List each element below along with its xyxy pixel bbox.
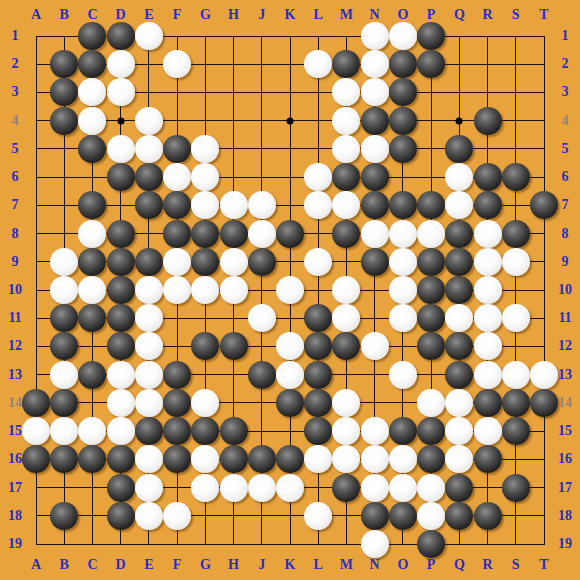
white-stone[interactable]: ○ bbox=[135, 135, 163, 163]
white-stone[interactable]: ○ bbox=[389, 220, 417, 248]
black-stone-glyph: ● bbox=[113, 250, 128, 274]
black-stone[interactable]: ● bbox=[502, 389, 530, 417]
black-stone[interactable]: ● bbox=[107, 304, 135, 332]
white-stone[interactable]: ○ bbox=[220, 276, 248, 304]
black-stone[interactable]: ● bbox=[220, 417, 248, 445]
white-stone-glyph: ○ bbox=[85, 80, 100, 104]
black-stone[interactable]: ● bbox=[361, 191, 389, 219]
black-stone[interactable]: ● bbox=[50, 78, 78, 106]
black-stone-glyph: ● bbox=[396, 419, 411, 443]
black-stone[interactable]: ● bbox=[304, 304, 332, 332]
white-stone[interactable]: ○ bbox=[389, 22, 417, 50]
white-stone-glyph: ○ bbox=[57, 419, 72, 443]
black-stone-glyph: ● bbox=[170, 222, 185, 246]
black-stone[interactable]: ● bbox=[445, 248, 473, 276]
white-stone[interactable]: ○ bbox=[361, 78, 389, 106]
black-stone[interactable]: ● bbox=[107, 445, 135, 473]
black-stone[interactable]: ● bbox=[502, 474, 530, 502]
white-stone[interactable]: ○ bbox=[107, 78, 135, 106]
white-stone[interactable]: ○ bbox=[445, 445, 473, 473]
white-stone[interactable]: ○ bbox=[389, 304, 417, 332]
white-stone[interactable]: ○ bbox=[50, 248, 78, 276]
white-stone[interactable]: ○ bbox=[107, 50, 135, 78]
black-stone[interactable]: ● bbox=[135, 248, 163, 276]
white-stone[interactable]: ○ bbox=[191, 276, 219, 304]
black-stone[interactable]: ● bbox=[78, 50, 106, 78]
white-stone[interactable]: ○ bbox=[248, 191, 276, 219]
white-stone[interactable]: ○ bbox=[474, 417, 502, 445]
white-stone-glyph: ○ bbox=[57, 363, 72, 387]
white-stone[interactable]: ○ bbox=[107, 389, 135, 417]
white-stone[interactable]: ○ bbox=[220, 248, 248, 276]
white-stone-glyph: ○ bbox=[85, 222, 100, 246]
row-label-right: 16 bbox=[558, 451, 572, 467]
column-label-top: J bbox=[258, 7, 265, 23]
white-stone[interactable]: ○ bbox=[135, 22, 163, 50]
black-stone[interactable]: ● bbox=[332, 163, 360, 191]
black-stone[interactable]: ● bbox=[389, 502, 417, 530]
column-label-bottom: M bbox=[340, 557, 353, 573]
white-stone[interactable]: ○ bbox=[163, 248, 191, 276]
black-stone[interactable]: ● bbox=[107, 276, 135, 304]
white-stone[interactable]: ○ bbox=[474, 332, 502, 360]
black-stone-glyph: ● bbox=[452, 250, 467, 274]
black-stone[interactable]: ● bbox=[220, 445, 248, 473]
black-stone[interactable]: ● bbox=[276, 445, 304, 473]
column-label-bottom: H bbox=[228, 557, 239, 573]
white-stone-glyph: ○ bbox=[452, 419, 467, 443]
white-stone[interactable]: ○ bbox=[78, 107, 106, 135]
black-stone[interactable]: ● bbox=[135, 417, 163, 445]
white-stone[interactable]: ○ bbox=[78, 417, 106, 445]
black-stone[interactable]: ● bbox=[220, 220, 248, 248]
white-stone[interactable]: ○ bbox=[361, 22, 389, 50]
black-stone[interactable]: ● bbox=[332, 50, 360, 78]
black-stone-glyph: ● bbox=[480, 504, 495, 528]
black-stone[interactable]: ● bbox=[304, 389, 332, 417]
white-stone-glyph: ○ bbox=[142, 447, 157, 471]
black-stone[interactable]: ● bbox=[135, 191, 163, 219]
black-stone[interactable]: ● bbox=[163, 220, 191, 248]
white-stone[interactable]: ○ bbox=[332, 445, 360, 473]
black-stone[interactable]: ● bbox=[107, 502, 135, 530]
white-stone-glyph: ○ bbox=[396, 363, 411, 387]
white-stone-glyph: ○ bbox=[452, 193, 467, 217]
black-stone[interactable]: ● bbox=[163, 191, 191, 219]
white-stone[interactable]: ○ bbox=[163, 50, 191, 78]
black-stone[interactable]: ● bbox=[304, 332, 332, 360]
black-stone[interactable]: ● bbox=[361, 163, 389, 191]
white-stone[interactable]: ○ bbox=[332, 417, 360, 445]
white-stone[interactable]: ○ bbox=[191, 389, 219, 417]
white-stone[interactable]: ○ bbox=[361, 220, 389, 248]
black-stone[interactable]: ● bbox=[78, 191, 106, 219]
white-stone[interactable]: ○ bbox=[389, 445, 417, 473]
black-stone-glyph: ● bbox=[113, 447, 128, 471]
black-stone-glyph: ● bbox=[396, 504, 411, 528]
white-stone[interactable]: ○ bbox=[361, 417, 389, 445]
white-stone[interactable]: ○ bbox=[50, 276, 78, 304]
white-stone-glyph: ○ bbox=[452, 306, 467, 330]
white-stone[interactable]: ○ bbox=[78, 220, 106, 248]
white-stone[interactable]: ○ bbox=[502, 304, 530, 332]
black-stone[interactable]: ● bbox=[361, 107, 389, 135]
black-stone[interactable]: ● bbox=[474, 107, 502, 135]
black-stone[interactable]: ● bbox=[361, 248, 389, 276]
white-stone[interactable]: ○ bbox=[50, 417, 78, 445]
white-stone[interactable]: ○ bbox=[445, 191, 473, 219]
black-stone[interactable]: ● bbox=[530, 191, 558, 219]
white-stone-glyph: ○ bbox=[509, 306, 524, 330]
white-stone[interactable]: ○ bbox=[417, 220, 445, 248]
white-stone[interactable]: ○ bbox=[276, 361, 304, 389]
white-stone-glyph: ○ bbox=[396, 278, 411, 302]
black-stone[interactable]: ● bbox=[445, 220, 473, 248]
black-stone[interactable]: ● bbox=[530, 389, 558, 417]
white-stone[interactable]: ○ bbox=[445, 304, 473, 332]
black-stone-glyph: ● bbox=[339, 52, 354, 76]
black-stone[interactable]: ● bbox=[332, 220, 360, 248]
black-stone-glyph: ● bbox=[170, 447, 185, 471]
black-stone[interactable]: ● bbox=[50, 107, 78, 135]
white-stone-glyph: ○ bbox=[311, 165, 326, 189]
column-label-top: B bbox=[60, 7, 69, 23]
black-stone[interactable]: ● bbox=[163, 445, 191, 473]
white-stone[interactable]: ○ bbox=[276, 276, 304, 304]
white-stone[interactable]: ○ bbox=[135, 389, 163, 417]
white-stone[interactable]: ○ bbox=[389, 248, 417, 276]
black-stone[interactable]: ● bbox=[191, 332, 219, 360]
white-stone[interactable]: ○ bbox=[191, 191, 219, 219]
white-stone-glyph: ○ bbox=[311, 447, 326, 471]
column-label-bottom: G bbox=[200, 557, 211, 573]
white-stone[interactable]: ○ bbox=[361, 135, 389, 163]
grid-line-vertical bbox=[544, 36, 545, 545]
white-stone[interactable]: ○ bbox=[445, 389, 473, 417]
black-stone[interactable]: ● bbox=[332, 474, 360, 502]
white-stone[interactable]: ○ bbox=[78, 276, 106, 304]
white-stone[interactable]: ○ bbox=[389, 276, 417, 304]
black-stone[interactable]: ● bbox=[445, 276, 473, 304]
black-stone-glyph: ● bbox=[424, 532, 439, 556]
white-stone[interactable]: ○ bbox=[50, 361, 78, 389]
white-stone[interactable]: ○ bbox=[474, 220, 502, 248]
column-label-bottom: B bbox=[60, 557, 69, 573]
white-stone-glyph: ○ bbox=[283, 334, 298, 358]
black-stone-glyph: ● bbox=[57, 447, 72, 471]
go-board[interactable]: ●●○○○●●●○○○●○●●●○○○○●●○○○●●●●○○●○○○●●●●○… bbox=[0, 0, 580, 580]
white-stone[interactable]: ○ bbox=[135, 502, 163, 530]
white-stone-glyph: ○ bbox=[142, 504, 157, 528]
black-stone[interactable]: ● bbox=[417, 417, 445, 445]
white-stone[interactable]: ○ bbox=[332, 389, 360, 417]
white-stone-glyph: ○ bbox=[339, 109, 354, 133]
white-stone-glyph: ○ bbox=[198, 447, 213, 471]
row-label-right: 10 bbox=[558, 282, 572, 298]
white-stone[interactable]: ○ bbox=[332, 78, 360, 106]
black-stone-glyph: ● bbox=[283, 222, 298, 246]
row-label-right: 9 bbox=[562, 254, 569, 270]
white-stone[interactable]: ○ bbox=[361, 332, 389, 360]
white-stone[interactable]: ○ bbox=[417, 474, 445, 502]
black-stone[interactable]: ● bbox=[389, 107, 417, 135]
white-stone[interactable]: ○ bbox=[304, 163, 332, 191]
black-stone[interactable]: ● bbox=[78, 135, 106, 163]
white-stone[interactable]: ○ bbox=[107, 135, 135, 163]
white-stone[interactable]: ○ bbox=[502, 248, 530, 276]
black-stone[interactable]: ● bbox=[220, 332, 248, 360]
black-stone[interactable]: ● bbox=[107, 248, 135, 276]
black-stone-glyph: ● bbox=[509, 391, 524, 415]
white-stone-glyph: ○ bbox=[339, 447, 354, 471]
column-label-top: A bbox=[31, 7, 41, 23]
black-stone[interactable]: ● bbox=[417, 191, 445, 219]
black-stone[interactable]: ● bbox=[389, 417, 417, 445]
white-stone-glyph: ○ bbox=[339, 278, 354, 302]
black-stone[interactable]: ● bbox=[22, 389, 50, 417]
white-stone[interactable]: ○ bbox=[417, 389, 445, 417]
black-stone[interactable]: ● bbox=[248, 361, 276, 389]
white-stone[interactable]: ○ bbox=[191, 163, 219, 191]
black-stone[interactable]: ● bbox=[191, 220, 219, 248]
white-stone[interactable]: ○ bbox=[107, 361, 135, 389]
white-stone-glyph: ○ bbox=[283, 278, 298, 302]
black-stone[interactable]: ● bbox=[191, 248, 219, 276]
white-stone[interactable]: ○ bbox=[332, 107, 360, 135]
column-label-bottom: F bbox=[173, 557, 182, 573]
black-stone[interactable]: ● bbox=[50, 332, 78, 360]
white-stone-glyph: ○ bbox=[85, 419, 100, 443]
white-stone[interactable]: ○ bbox=[361, 530, 389, 558]
column-label-top: T bbox=[539, 7, 548, 23]
black-stone-glyph: ● bbox=[85, 250, 100, 274]
white-stone-glyph: ○ bbox=[339, 80, 354, 104]
white-stone[interactable]: ○ bbox=[389, 361, 417, 389]
black-stone[interactable]: ● bbox=[417, 276, 445, 304]
black-stone[interactable]: ● bbox=[107, 220, 135, 248]
white-stone[interactable]: ○ bbox=[445, 163, 473, 191]
black-stone[interactable]: ● bbox=[417, 445, 445, 473]
white-stone-glyph: ○ bbox=[198, 278, 213, 302]
white-stone[interactable]: ○ bbox=[445, 417, 473, 445]
white-stone-glyph: ○ bbox=[142, 476, 157, 500]
white-stone-glyph: ○ bbox=[509, 363, 524, 387]
white-stone[interactable]: ○ bbox=[276, 332, 304, 360]
white-stone[interactable]: ○ bbox=[220, 474, 248, 502]
row-label-left: 10 bbox=[8, 282, 22, 298]
black-stone[interactable]: ● bbox=[78, 248, 106, 276]
white-stone-glyph: ○ bbox=[113, 419, 128, 443]
black-stone[interactable]: ● bbox=[276, 220, 304, 248]
white-stone[interactable]: ○ bbox=[191, 135, 219, 163]
row-label-left: 7 bbox=[12, 197, 19, 213]
white-stone[interactable]: ○ bbox=[163, 163, 191, 191]
white-stone[interactable]: ○ bbox=[474, 248, 502, 276]
white-stone[interactable]: ○ bbox=[474, 361, 502, 389]
white-stone[interactable]: ○ bbox=[276, 474, 304, 502]
black-stone-glyph: ● bbox=[311, 334, 326, 358]
black-stone[interactable]: ● bbox=[474, 389, 502, 417]
white-stone[interactable]: ○ bbox=[107, 417, 135, 445]
white-stone[interactable]: ○ bbox=[474, 304, 502, 332]
white-stone[interactable]: ○ bbox=[248, 474, 276, 502]
white-stone-glyph: ○ bbox=[255, 306, 270, 330]
black-stone[interactable]: ● bbox=[445, 332, 473, 360]
black-stone[interactable]: ● bbox=[78, 361, 106, 389]
white-stone[interactable]: ○ bbox=[332, 135, 360, 163]
white-stone-glyph: ○ bbox=[452, 165, 467, 189]
black-stone[interactable]: ● bbox=[163, 361, 191, 389]
black-stone[interactable]: ● bbox=[107, 332, 135, 360]
black-stone-glyph: ● bbox=[226, 447, 241, 471]
white-stone-glyph: ○ bbox=[142, 109, 157, 133]
black-stone[interactable]: ● bbox=[50, 50, 78, 78]
white-stone-glyph: ○ bbox=[113, 80, 128, 104]
white-stone-glyph: ○ bbox=[255, 222, 270, 246]
white-stone[interactable]: ○ bbox=[361, 445, 389, 473]
white-stone[interactable]: ○ bbox=[135, 276, 163, 304]
black-stone[interactable]: ● bbox=[50, 304, 78, 332]
black-stone[interactable]: ● bbox=[163, 389, 191, 417]
black-stone[interactable]: ● bbox=[417, 50, 445, 78]
black-stone[interactable]: ● bbox=[474, 163, 502, 191]
row-label-right: 1 bbox=[562, 28, 569, 44]
white-stone[interactable]: ○ bbox=[361, 474, 389, 502]
black-stone[interactable]: ● bbox=[417, 22, 445, 50]
black-stone[interactable]: ● bbox=[445, 135, 473, 163]
black-stone-glyph: ● bbox=[198, 334, 213, 358]
white-stone[interactable]: ○ bbox=[304, 50, 332, 78]
black-stone[interactable]: ● bbox=[107, 163, 135, 191]
black-stone[interactable]: ● bbox=[502, 220, 530, 248]
white-stone[interactable]: ○ bbox=[163, 276, 191, 304]
white-stone-glyph: ○ bbox=[142, 306, 157, 330]
white-stone[interactable]: ○ bbox=[530, 361, 558, 389]
black-stone[interactable]: ● bbox=[389, 135, 417, 163]
black-stone[interactable]: ● bbox=[417, 332, 445, 360]
white-stone[interactable]: ○ bbox=[78, 78, 106, 106]
white-stone-glyph: ○ bbox=[170, 165, 185, 189]
white-stone[interactable]: ○ bbox=[135, 445, 163, 473]
white-stone[interactable]: ○ bbox=[135, 304, 163, 332]
black-stone[interactable]: ● bbox=[163, 135, 191, 163]
black-stone[interactable]: ● bbox=[107, 22, 135, 50]
black-stone-glyph: ● bbox=[424, 250, 439, 274]
black-stone[interactable]: ● bbox=[163, 417, 191, 445]
white-stone[interactable]: ○ bbox=[248, 304, 276, 332]
black-stone-glyph: ● bbox=[311, 391, 326, 415]
black-stone[interactable]: ● bbox=[78, 445, 106, 473]
black-stone[interactable]: ● bbox=[361, 502, 389, 530]
black-stone[interactable]: ● bbox=[445, 361, 473, 389]
white-stone[interactable]: ○ bbox=[135, 332, 163, 360]
white-stone-glyph: ○ bbox=[424, 476, 439, 500]
black-stone[interactable]: ● bbox=[304, 361, 332, 389]
white-stone[interactable]: ○ bbox=[220, 191, 248, 219]
white-stone[interactable]: ○ bbox=[304, 191, 332, 219]
white-stone-glyph: ○ bbox=[226, 250, 241, 274]
white-stone[interactable]: ○ bbox=[474, 276, 502, 304]
black-stone[interactable]: ● bbox=[474, 502, 502, 530]
black-stone-glyph: ● bbox=[113, 165, 128, 189]
black-stone[interactable]: ● bbox=[248, 248, 276, 276]
black-stone-glyph: ● bbox=[537, 193, 552, 217]
white-stone[interactable]: ○ bbox=[332, 276, 360, 304]
row-label-right: 13 bbox=[558, 367, 572, 383]
black-stone[interactable]: ● bbox=[276, 389, 304, 417]
black-stone[interactable]: ● bbox=[304, 417, 332, 445]
black-stone-glyph: ● bbox=[509, 476, 524, 500]
black-stone[interactable]: ● bbox=[389, 78, 417, 106]
black-stone[interactable]: ● bbox=[417, 530, 445, 558]
black-stone[interactable]: ● bbox=[248, 445, 276, 473]
black-stone[interactable]: ● bbox=[135, 163, 163, 191]
white-stone[interactable]: ○ bbox=[361, 50, 389, 78]
black-stone-glyph: ● bbox=[226, 222, 241, 246]
black-stone[interactable]: ● bbox=[445, 502, 473, 530]
black-stone-glyph: ● bbox=[85, 193, 100, 217]
black-stone[interactable]: ● bbox=[50, 502, 78, 530]
row-label-left: 3 bbox=[12, 84, 19, 100]
black-stone[interactable]: ● bbox=[474, 445, 502, 473]
black-stone[interactable]: ● bbox=[474, 191, 502, 219]
white-stone[interactable]: ○ bbox=[389, 474, 417, 502]
black-stone[interactable]: ● bbox=[332, 332, 360, 360]
white-stone[interactable]: ○ bbox=[417, 502, 445, 530]
black-stone-glyph: ● bbox=[57, 109, 72, 133]
white-stone-glyph: ○ bbox=[198, 476, 213, 500]
white-stone[interactable]: ○ bbox=[135, 107, 163, 135]
black-stone[interactable]: ● bbox=[445, 474, 473, 502]
black-stone-glyph: ● bbox=[424, 419, 439, 443]
white-stone[interactable]: ○ bbox=[248, 220, 276, 248]
white-stone[interactable]: ○ bbox=[304, 502, 332, 530]
white-stone-glyph: ○ bbox=[339, 419, 354, 443]
white-stone[interactable]: ○ bbox=[135, 474, 163, 502]
black-stone[interactable]: ● bbox=[389, 191, 417, 219]
black-stone[interactable]: ● bbox=[389, 50, 417, 78]
black-stone[interactable]: ● bbox=[417, 248, 445, 276]
black-stone[interactable]: ● bbox=[50, 389, 78, 417]
black-stone[interactable]: ● bbox=[78, 304, 106, 332]
white-stone-glyph: ○ bbox=[367, 137, 382, 161]
black-stone[interactable]: ● bbox=[50, 445, 78, 473]
white-stone[interactable]: ○ bbox=[191, 445, 219, 473]
black-stone-glyph: ● bbox=[198, 250, 213, 274]
white-stone[interactable]: ○ bbox=[22, 417, 50, 445]
black-stone-glyph: ● bbox=[85, 137, 100, 161]
white-stone-glyph: ○ bbox=[367, 24, 382, 48]
black-stone[interactable]: ● bbox=[502, 417, 530, 445]
white-stone[interactable]: ○ bbox=[304, 445, 332, 473]
black-stone[interactable]: ● bbox=[191, 417, 219, 445]
column-label-bottom: C bbox=[87, 557, 97, 573]
black-stone[interactable]: ● bbox=[417, 304, 445, 332]
white-stone[interactable]: ○ bbox=[163, 502, 191, 530]
black-stone[interactable]: ● bbox=[107, 474, 135, 502]
black-stone-glyph: ● bbox=[424, 334, 439, 358]
white-stone[interactable]: ○ bbox=[304, 248, 332, 276]
black-stone[interactable]: ● bbox=[502, 163, 530, 191]
black-stone[interactable]: ● bbox=[22, 445, 50, 473]
white-stone[interactable]: ○ bbox=[502, 361, 530, 389]
white-stone[interactable]: ○ bbox=[191, 474, 219, 502]
white-stone[interactable]: ○ bbox=[135, 361, 163, 389]
black-stone[interactable]: ● bbox=[78, 22, 106, 50]
white-stone[interactable]: ○ bbox=[332, 304, 360, 332]
white-stone[interactable]: ○ bbox=[332, 191, 360, 219]
black-stone-glyph: ● bbox=[113, 504, 128, 528]
